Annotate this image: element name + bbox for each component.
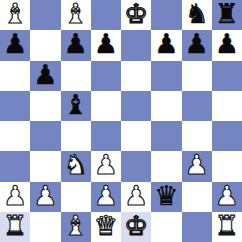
square-g8[interactable]: ♞ [182, 0, 212, 30]
square-b7[interactable] [30, 30, 60, 60]
square-c6[interactable] [61, 61, 91, 91]
square-b6[interactable]: ♟ [30, 61, 60, 91]
black-pawn[interactable]: ♟ [0, 30, 30, 59]
square-a3[interactable] [0, 151, 30, 181]
black-knight[interactable]: ♞ [182, 0, 212, 29]
black-pawn[interactable]: ♟ [61, 30, 91, 59]
white-pawn[interactable]: ♟ [212, 182, 242, 211]
square-e2[interactable]: ♟ [121, 182, 151, 212]
square-c4[interactable] [61, 121, 91, 151]
square-d4[interactable] [91, 121, 121, 151]
square-e4[interactable] [121, 121, 151, 151]
white-pawn[interactable]: ♟ [121, 182, 151, 211]
square-d1[interactable]: ♛ [91, 212, 121, 242]
white-bishop[interactable]: ♝ [0, 0, 30, 29]
white-king[interactable]: ♚ [121, 212, 151, 241]
square-a7[interactable]: ♟ [0, 30, 30, 60]
white-bishop[interactable]: ♝ [61, 0, 91, 29]
square-c3[interactable]: ♞ [61, 151, 91, 181]
square-g5[interactable] [182, 91, 212, 121]
square-d7[interactable]: ♟ [91, 30, 121, 60]
square-g4[interactable] [182, 121, 212, 151]
square-d3[interactable]: ♟ [91, 151, 121, 181]
white-pawn[interactable]: ♟ [182, 151, 212, 180]
square-b1[interactable] [30, 212, 60, 242]
black-pawn[interactable]: ♟ [91, 30, 121, 59]
square-e1[interactable]: ♚ [121, 212, 151, 242]
square-c5[interactable]: ♝ [61, 91, 91, 121]
square-e8[interactable]: ♚ [121, 0, 151, 30]
square-c8[interactable]: ♝ [61, 0, 91, 30]
square-a6[interactable] [0, 61, 30, 91]
square-e5[interactable] [121, 91, 151, 121]
black-rook[interactable]: ♜ [212, 0, 242, 29]
square-d6[interactable] [91, 61, 121, 91]
square-f5[interactable] [151, 91, 181, 121]
square-g6[interactable] [182, 61, 212, 91]
white-pawn[interactable]: ♟ [91, 182, 121, 211]
square-a2[interactable]: ♟ [0, 182, 30, 212]
square-b2[interactable]: ♟ [30, 182, 60, 212]
square-h1[interactable]: ♜ [212, 212, 242, 242]
square-a8[interactable]: ♝ [0, 0, 30, 30]
square-b3[interactable] [30, 151, 60, 181]
white-king[interactable]: ♚ [121, 0, 151, 29]
square-h2[interactable]: ♟ [212, 182, 242, 212]
white-rook[interactable]: ♜ [212, 212, 242, 241]
white-pawn[interactable]: ♟ [91, 151, 121, 180]
white-queen[interactable]: ♛ [91, 212, 121, 241]
black-pawn[interactable]: ♟ [212, 30, 242, 59]
square-g3[interactable]: ♟ [182, 151, 212, 181]
square-h7[interactable]: ♟ [212, 30, 242, 60]
white-bishop[interactable]: ♝ [61, 212, 91, 241]
black-pawn[interactable]: ♟ [151, 30, 181, 59]
square-a5[interactable] [0, 91, 30, 121]
square-e7[interactable] [121, 30, 151, 60]
square-f4[interactable] [151, 121, 181, 151]
square-c1[interactable]: ♝ [61, 212, 91, 242]
square-h4[interactable] [212, 121, 242, 151]
square-g1[interactable] [182, 212, 212, 242]
chess-board: ♝♝♚♞♜♟♟♟♟♟♟♟♝♞♟♟♟♟♟♟♛♟♜♝♛♚♜ [0, 0, 242, 242]
black-pawn[interactable]: ♟ [182, 30, 212, 59]
white-pawn[interactable]: ♟ [0, 182, 30, 211]
square-g7[interactable]: ♟ [182, 30, 212, 60]
square-b5[interactable] [30, 91, 60, 121]
square-f1[interactable] [151, 212, 181, 242]
square-h3[interactable] [212, 151, 242, 181]
square-c2[interactable] [61, 182, 91, 212]
square-a1[interactable]: ♜ [0, 212, 30, 242]
square-h8[interactable]: ♜ [212, 0, 242, 30]
square-c7[interactable]: ♟ [61, 30, 91, 60]
square-e3[interactable] [121, 151, 151, 181]
square-b4[interactable] [30, 121, 60, 151]
square-a4[interactable] [0, 121, 30, 151]
black-pawn[interactable]: ♟ [30, 61, 60, 90]
square-h6[interactable] [212, 61, 242, 91]
white-pawn[interactable]: ♟ [30, 182, 60, 211]
black-bishop[interactable]: ♝ [61, 91, 91, 120]
square-f8[interactable] [151, 0, 181, 30]
square-f7[interactable]: ♟ [151, 30, 181, 60]
square-d2[interactable]: ♟ [91, 182, 121, 212]
white-knight[interactable]: ♞ [61, 151, 91, 180]
square-d5[interactable] [91, 91, 121, 121]
square-h5[interactable] [212, 91, 242, 121]
square-g2[interactable] [182, 182, 212, 212]
square-b8[interactable] [30, 0, 60, 30]
square-f6[interactable] [151, 61, 181, 91]
black-queen[interactable]: ♛ [151, 182, 181, 211]
square-e6[interactable] [121, 61, 151, 91]
square-d8[interactable] [91, 0, 121, 30]
white-rook[interactable]: ♜ [0, 212, 30, 241]
square-f2[interactable]: ♛ [151, 182, 181, 212]
square-f3[interactable] [151, 151, 181, 181]
